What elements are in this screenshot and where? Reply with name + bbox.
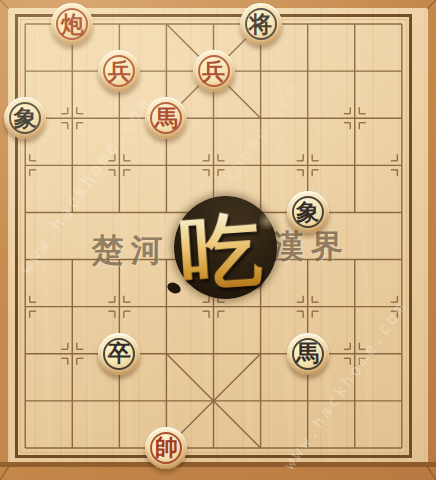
piece-character: 馬 <box>296 342 319 365</box>
piece-black-general[interactable]: 将 <box>240 3 282 45</box>
piece-character: 炮 <box>61 13 84 36</box>
piece-character: 象 <box>296 201 319 224</box>
xiangqi-game-screen: 楚河 漢界 www.hackhome.com www.hackhome.com … <box>0 0 436 480</box>
piece-character: 象 <box>14 107 37 130</box>
piece-red-cannon[interactable]: 炮 <box>51 3 93 45</box>
piece-red-soldier[interactable]: 兵 <box>193 50 235 92</box>
piece-character: 兵 <box>108 60 131 83</box>
piece-character: 将 <box>249 13 272 36</box>
piece-black-elephant[interactable]: 象 <box>287 191 329 233</box>
piece-character: 帥 <box>155 436 178 459</box>
piece-black-soldier[interactable]: 卒 <box>98 333 140 375</box>
piece-character: 兵 <box>202 60 225 83</box>
capture-stamp: 吃 <box>174 196 277 299</box>
piece-character: 卒 <box>108 342 131 365</box>
capture-stamp-character: 吃 <box>177 209 265 297</box>
piece-character: 馬 <box>155 107 178 130</box>
river-label-chuhe: 楚河 <box>92 229 170 273</box>
piece-black-horse[interactable]: 馬 <box>287 333 329 375</box>
